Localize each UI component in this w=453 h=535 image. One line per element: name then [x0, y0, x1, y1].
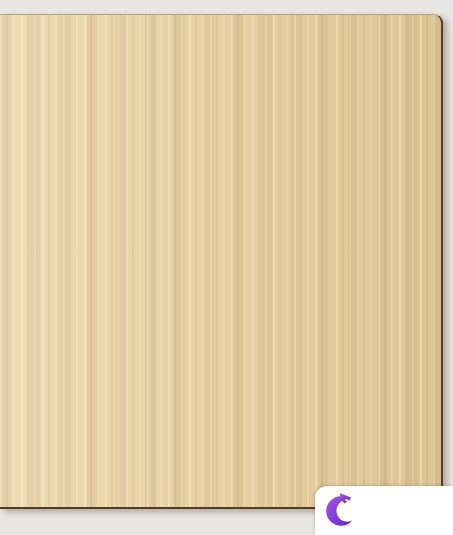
- xiangqi-app: [0, 0, 453, 535]
- watermark-badge: [315, 486, 453, 535]
- xiangqi-board: [0, 14, 443, 509]
- dragon-logo-icon: [319, 492, 357, 530]
- board-grid: [0, 15, 441, 507]
